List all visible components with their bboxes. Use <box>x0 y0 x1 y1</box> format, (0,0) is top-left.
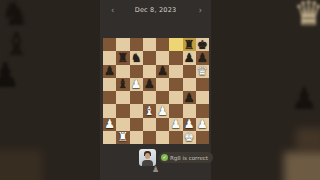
piece-white-pawn-f2[interactable]: ♟ <box>169 118 182 131</box>
coach-avatar[interactable] <box>139 149 156 166</box>
square-a7[interactable] <box>103 51 116 64</box>
puzzle-date-label[interactable]: Dec 8, 2023 <box>100 6 211 14</box>
next-day-button[interactable]: › <box>199 5 202 17</box>
piece-white-pawn-a2[interactable]: ♟ <box>103 118 116 131</box>
square-e8[interactable] <box>156 38 169 51</box>
piece-white-rook-b1[interactable]: ♜ <box>116 131 129 144</box>
square-h3[interactable] <box>196 104 209 117</box>
square-b5[interactable]: ♝ <box>116 78 129 91</box>
square-f1[interactable] <box>169 131 182 144</box>
square-c2[interactable] <box>130 118 143 131</box>
piece-white-queen-h6[interactable]: ♛ <box>196 65 209 78</box>
square-c3[interactable] <box>130 104 143 117</box>
square-b8[interactable] <box>116 38 129 51</box>
square-g2[interactable]: ♟ <box>183 118 196 131</box>
background-panel-right: ♛ ♟ <box>211 0 320 180</box>
piece-white-pawn-h2[interactable]: ♟ <box>196 118 209 131</box>
square-c5[interactable]: ♟ <box>130 78 143 91</box>
square-c6[interactable] <box>130 65 143 78</box>
square-c8[interactable] <box>130 38 143 51</box>
square-e1[interactable] <box>156 131 169 144</box>
square-h4[interactable] <box>196 91 209 104</box>
piece-white-pawn-e3[interactable]: ♟ <box>156 104 169 117</box>
square-g5[interactable] <box>183 78 196 91</box>
square-g7[interactable]: ♟ <box>183 51 196 64</box>
piece-white-bishop-d3[interactable]: ♝ <box>143 104 156 117</box>
background-pawn-icon: ♟ <box>291 84 318 114</box>
piece-black-pawn-e6[interactable]: ♟ <box>156 65 169 78</box>
square-f8[interactable] <box>169 38 182 51</box>
square-a8[interactable] <box>103 38 116 51</box>
square-f5[interactable] <box>169 78 182 91</box>
piece-black-pawn-g7[interactable]: ♟ <box>183 51 196 64</box>
piece-black-pawn-h7[interactable]: ♟ <box>196 51 209 64</box>
background-panel-left: ♞ ♝ ♟ <box>0 0 100 180</box>
square-d7[interactable] <box>143 51 156 64</box>
square-h5[interactable] <box>196 78 209 91</box>
square-a2[interactable]: ♟ <box>103 118 116 131</box>
square-h8[interactable]: ♚ <box>196 38 209 51</box>
square-d5[interactable]: ♟ <box>143 78 156 91</box>
square-e3[interactable]: ♟ <box>156 104 169 117</box>
square-a6[interactable]: ♟ <box>103 65 116 78</box>
background-queen-icon: ♛ <box>294 0 320 30</box>
square-f4[interactable] <box>169 91 182 104</box>
piece-black-knight-c7[interactable]: ♞ <box>130 51 143 64</box>
piece-white-pawn-c5[interactable]: ♟ <box>130 78 143 91</box>
piece-black-pawn-g4[interactable]: ♟ <box>183 91 196 104</box>
avatar-face <box>145 153 151 159</box>
square-f7[interactable] <box>169 51 182 64</box>
correct-check-icon: ✓ <box>161 154 168 161</box>
background-blur-patch <box>284 152 320 180</box>
square-b3[interactable] <box>116 104 129 117</box>
square-g1[interactable]: ♚ <box>183 131 196 144</box>
square-d3[interactable]: ♝ <box>143 104 156 117</box>
square-d2[interactable] <box>143 118 156 131</box>
square-c1[interactable] <box>130 131 143 144</box>
square-e5[interactable] <box>156 78 169 91</box>
screenshot-stage: ♞ ♝ ♟ ♛ ♟ ‹ Dec 8, 2023 › ♜♚♜♞♟♟♟♟♛♝♟♟♟♝… <box>0 0 320 180</box>
square-h1[interactable] <box>196 131 209 144</box>
square-a3[interactable] <box>103 104 116 117</box>
background-pawn-icon: ♟ <box>0 58 20 92</box>
square-g6[interactable] <box>183 65 196 78</box>
square-a4[interactable] <box>103 91 116 104</box>
piece-black-pawn-d5[interactable]: ♟ <box>143 78 156 91</box>
piece-black-rook-g8[interactable]: ♜ <box>183 38 196 51</box>
move-feedback-text: Rg8 is correct <box>170 155 208 161</box>
bottom-pawn-logo-icon[interactable]: ♟ <box>100 166 211 174</box>
coach-row: ✓ Rg8 is correct <box>139 149 213 166</box>
square-g8[interactable]: ♜ <box>183 38 196 51</box>
chess-app-window: ‹ Dec 8, 2023 › ♜♚♜♞♟♟♟♟♛♝♟♟♟♝♟♟♟♟♟♜♚ ✓ … <box>100 0 211 180</box>
piece-black-pawn-a6[interactable]: ♟ <box>103 65 116 78</box>
square-c4[interactable] <box>130 91 143 104</box>
square-h2[interactable]: ♟ <box>196 118 209 131</box>
square-f2[interactable]: ♟ <box>169 118 182 131</box>
square-d4[interactable] <box>143 91 156 104</box>
square-h6[interactable]: ♛ <box>196 65 209 78</box>
square-e2[interactable] <box>156 118 169 131</box>
square-d1[interactable] <box>143 131 156 144</box>
piece-white-king-g1[interactable]: ♚ <box>183 131 196 144</box>
piece-black-rook-b7[interactable]: ♜ <box>116 51 129 64</box>
square-e7[interactable] <box>156 51 169 64</box>
chess-board[interactable]: ♜♚♜♞♟♟♟♟♛♝♟♟♟♝♟♟♟♟♟♜♚ <box>103 38 209 144</box>
square-d8[interactable] <box>143 38 156 51</box>
square-b7[interactable]: ♜ <box>116 51 129 64</box>
square-g3[interactable] <box>183 104 196 117</box>
square-e6[interactable]: ♟ <box>156 65 169 78</box>
square-f3[interactable] <box>169 104 182 117</box>
piece-black-king-h8[interactable]: ♚ <box>196 38 209 51</box>
square-a1[interactable] <box>103 131 116 144</box>
background-blur-patch <box>296 128 320 150</box>
square-g4[interactable]: ♟ <box>183 91 196 104</box>
square-a5[interactable] <box>103 78 116 91</box>
square-b6[interactable] <box>116 65 129 78</box>
square-h7[interactable]: ♟ <box>196 51 209 64</box>
background-blur-patch <box>0 150 42 180</box>
piece-white-pawn-g2[interactable]: ♟ <box>183 118 196 131</box>
square-d6[interactable] <box>143 65 156 78</box>
square-e4[interactable] <box>156 91 169 104</box>
move-feedback-bubble: ✓ Rg8 is correct <box>159 152 213 163</box>
square-f6[interactable] <box>169 65 182 78</box>
square-b4[interactable] <box>116 91 129 104</box>
square-c7[interactable]: ♞ <box>130 51 143 64</box>
daily-puzzle-header: ‹ Dec 8, 2023 › <box>100 5 211 17</box>
square-b2[interactable] <box>116 118 129 131</box>
square-b1[interactable]: ♜ <box>116 131 129 144</box>
piece-black-bishop-b5[interactable]: ♝ <box>116 78 129 91</box>
